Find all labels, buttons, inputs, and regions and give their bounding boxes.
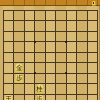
board-square[interactable] xyxy=(24,41,34,51)
board-square[interactable] xyxy=(24,52,34,62)
board-square[interactable] xyxy=(34,52,44,62)
board-right-edge xyxy=(99,6,100,100)
board-square[interactable] xyxy=(66,10,76,20)
board-square[interactable] xyxy=(13,41,23,51)
board-square[interactable] xyxy=(45,62,55,72)
board-square[interactable] xyxy=(76,62,86,72)
board-square[interactable] xyxy=(76,10,86,20)
star-point xyxy=(34,41,36,43)
board-square[interactable] xyxy=(3,31,13,41)
board-square[interactable] xyxy=(24,31,34,41)
board-square[interactable] xyxy=(87,73,97,83)
board-square[interactable] xyxy=(87,41,97,51)
shogi-app-screen: 金歩桂王歩 xyxy=(0,0,100,100)
board-square[interactable] xyxy=(34,31,44,41)
board-square[interactable] xyxy=(34,41,44,51)
board-square[interactable] xyxy=(55,94,65,100)
board-square[interactable] xyxy=(66,83,76,93)
piece-kanji: 桂 xyxy=(37,85,43,94)
piece-kanji: 王 xyxy=(5,95,11,100)
board-square[interactable] xyxy=(45,41,55,51)
board-square[interactable] xyxy=(3,41,13,51)
board-square[interactable] xyxy=(34,62,44,72)
board-square[interactable] xyxy=(66,73,76,83)
board-square[interactable] xyxy=(87,94,97,100)
board-square[interactable] xyxy=(55,31,65,41)
board-square[interactable] xyxy=(76,73,86,83)
board-square[interactable] xyxy=(66,52,76,62)
board-square[interactable] xyxy=(76,83,86,93)
piece-kanji: 歩 xyxy=(37,95,43,100)
board-square[interactable] xyxy=(13,52,23,62)
board-square[interactable] xyxy=(13,83,23,93)
board-square[interactable] xyxy=(76,52,86,62)
hand-piece-mark xyxy=(93,2,94,5)
board-square[interactable] xyxy=(13,31,23,41)
board-square[interactable] xyxy=(45,73,55,83)
board-square[interactable] xyxy=(76,94,86,100)
board-square[interactable] xyxy=(87,31,97,41)
board-square[interactable] xyxy=(24,94,34,100)
board-square[interactable] xyxy=(13,10,23,20)
board-square[interactable] xyxy=(45,94,55,100)
board-square[interactable] xyxy=(66,41,76,51)
board-square[interactable] xyxy=(45,31,55,41)
board-square[interactable] xyxy=(66,94,76,100)
board-square[interactable] xyxy=(87,20,97,30)
board-square[interactable] xyxy=(13,94,23,100)
board-square[interactable] xyxy=(3,10,13,20)
board-square[interactable] xyxy=(76,31,86,41)
board-square[interactable] xyxy=(3,73,13,83)
board-square[interactable] xyxy=(55,41,65,51)
board-square[interactable] xyxy=(55,20,65,30)
captured-pieces-tray xyxy=(0,0,100,6)
board-square[interactable] xyxy=(24,62,34,72)
board-square[interactable] xyxy=(34,10,44,20)
board-square[interactable] xyxy=(55,73,65,83)
board-square[interactable] xyxy=(24,20,34,30)
board-square[interactable] xyxy=(55,52,65,62)
board-square[interactable] xyxy=(55,83,65,93)
board-square[interactable] xyxy=(13,20,23,30)
board-square[interactable] xyxy=(45,20,55,30)
board-square[interactable] xyxy=(66,31,76,41)
board-square[interactable] xyxy=(55,10,65,20)
board-square[interactable] xyxy=(3,83,13,93)
piece-kanji: 金 xyxy=(16,64,22,73)
board-square[interactable] xyxy=(45,52,55,62)
board-square[interactable] xyxy=(87,10,97,20)
board-square[interactable] xyxy=(45,83,55,93)
board-square[interactable] xyxy=(34,73,44,83)
board-square[interactable] xyxy=(45,10,55,20)
board-square[interactable] xyxy=(66,20,76,30)
board-square[interactable] xyxy=(24,83,34,93)
board-square[interactable] xyxy=(24,73,34,83)
piece-kanji: 歩 xyxy=(16,74,22,83)
board-square[interactable] xyxy=(87,83,97,93)
board-square[interactable] xyxy=(76,41,86,51)
board-square[interactable] xyxy=(3,20,13,30)
board-square[interactable] xyxy=(87,52,97,62)
board-square[interactable] xyxy=(24,10,34,20)
board-square[interactable] xyxy=(76,20,86,30)
hand-piece[interactable] xyxy=(92,1,96,6)
board-square[interactable] xyxy=(87,62,97,72)
shogi-board[interactable]: 金歩桂王歩 xyxy=(3,10,98,100)
board-square[interactable] xyxy=(3,62,13,72)
board-square[interactable] xyxy=(66,62,76,72)
board-square[interactable] xyxy=(34,20,44,30)
board-square[interactable] xyxy=(55,62,65,72)
board-square[interactable] xyxy=(3,52,13,62)
